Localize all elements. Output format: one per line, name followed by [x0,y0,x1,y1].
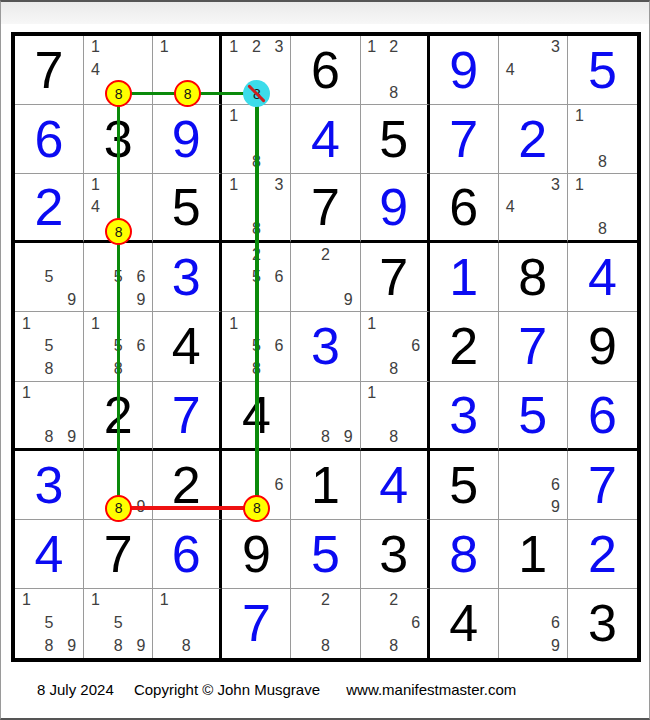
cell-r8c6[interactable]: 3 [361,520,430,589]
candidate-3: 3 [268,174,291,196]
footer: 8 July 2024 Copyright © John Musgrave ww… [37,681,516,698]
solved-digit: 2 [588,528,617,580]
cell-r2c1[interactable]: 6 [15,105,84,174]
candidate-1: 1 [222,36,245,59]
candidate-8: 8 [314,426,337,448]
given-digit: 8 [518,251,547,303]
candidate-9: 9 [337,289,360,312]
solved-digit: 2 [518,113,547,165]
solved-digit: 5 [518,389,547,441]
cell-r6c3[interactable]: 7 [153,382,222,451]
solved-digit: 2 [35,181,64,233]
candidate-9: 9 [544,635,567,658]
candidate-6: 6 [268,335,291,358]
cell-r1c8[interactable]: 34 [499,36,568,105]
candidate-8: 8 [245,150,268,173]
cell-r1c3[interactable]: 1 [153,36,222,105]
candidate-8: 8 [38,426,61,448]
cell-r5c7[interactable]: 2 [430,312,499,381]
cell-r8c7[interactable]: 8 [430,520,499,589]
candidate-1: 1 [222,105,245,128]
cell-r9c9[interactable]: 3 [568,589,637,658]
candidate-1: 1 [84,589,107,612]
candidate-4: 4 [499,196,522,218]
given-digit: 5 [449,459,478,511]
cell-r5c3[interactable]: 4 [153,312,222,381]
candidate-8: 8 [383,81,405,104]
candidate-5: 5 [38,335,61,358]
cell-r9c5[interactable]: 28 [291,589,360,658]
given-digit: 4 [242,389,271,441]
cell-r1c5[interactable]: 6 [291,36,360,105]
solved-digit: 6 [588,389,617,441]
cell-r6c6[interactable]: 18 [361,382,430,451]
cell-r4c8[interactable]: 8 [499,243,568,312]
candidate-8: 8 [175,635,197,658]
candidate-4: 4 [499,59,522,82]
cell-r7c4[interactable]: 6 [222,451,291,520]
candidate-1: 1 [222,174,245,196]
cell-r9c3[interactable]: 18 [153,589,222,658]
cell-r2c6[interactable]: 5 [361,105,430,174]
cell-r3c7[interactable]: 6 [430,174,499,243]
candidate-9: 9 [129,289,152,312]
candidate-9: 9 [60,289,83,312]
cell-r7c7[interactable]: 5 [430,451,499,520]
cell-r4c4[interactable]: 256 [222,243,291,312]
candidate-6: 6 [544,612,567,635]
solved-digit: 3 [35,459,64,511]
candidate-6: 6 [268,473,291,496]
given-digit: 7 [104,528,133,580]
candidate-9: 9 [544,496,567,519]
solved-digit: 7 [242,597,271,649]
candidate-8: 8 [107,358,130,381]
candidate-9: 9 [337,426,360,448]
candidate-1: 1 [153,36,175,59]
cell-r8c1[interactable]: 4 [15,520,84,589]
sudoku-board: 7141123612893456391845721821451387963418… [11,32,641,662]
cell-r4c6[interactable]: 7 [361,243,430,312]
footer-url: www.manifestmaster.com [346,681,516,698]
candidate-1: 1 [361,382,383,404]
given-digit: 6 [449,181,478,233]
cell-r8c9[interactable]: 2 [568,520,637,589]
cell-r4c7[interactable]: 1 [430,243,499,312]
candidate-1: 1 [15,312,38,335]
candidate-5: 5 [38,612,61,635]
candidate-1: 1 [15,382,38,404]
solved-digit: 9 [172,113,201,165]
cell-r4c1[interactable]: 59 [15,243,84,312]
given-digit: 5 [172,181,201,233]
cell-r6c7[interactable]: 3 [430,382,499,451]
solved-digit: 9 [449,44,478,96]
sudoku-board-wrap: 7141123612893456391845721821451387963418… [11,32,641,662]
solved-digit: 6 [172,528,201,580]
cell-r2c2[interactable]: 3 [84,105,153,174]
given-digit: 3 [379,528,408,580]
cell-r8c3[interactable]: 6 [153,520,222,589]
cell-r1c9[interactable]: 5 [568,36,637,105]
cell-r4c5[interactable]: 29 [291,243,360,312]
given-digit: 7 [311,181,340,233]
cell-r6c1[interactable]: 189 [15,382,84,451]
solved-digit: 1 [449,251,478,303]
cell-r3c2[interactable]: 14 [84,174,153,243]
candidate-2: 2 [383,589,405,612]
candidate-2: 2 [383,36,405,59]
candidate-8: 8 [38,635,61,658]
given-digit: 3 [588,597,617,649]
candidate-9: 9 [60,635,83,658]
cell-r6c5[interactable]: 89 [291,382,360,451]
solved-digit: 3 [172,251,201,303]
candidate-1: 1 [84,312,107,335]
cell-r3c1[interactable]: 2 [15,174,84,243]
candidate-5: 5 [107,612,130,635]
cell-r3c4[interactable]: 138 [222,174,291,243]
candidate-2: 2 [314,243,337,266]
candidate-1: 1 [361,312,383,335]
candidate-1: 1 [222,312,245,335]
cell-r8c5[interactable]: 5 [291,520,360,589]
cell-r7c3[interactable]: 2 [153,451,222,520]
cell-r1c6[interactable]: 128 [361,36,430,105]
solved-digit: 5 [311,528,340,580]
window-top-bar [1,2,649,24]
cell-r8c4[interactable]: 9 [222,520,291,589]
cell-r9c2[interactable]: 1589 [84,589,153,658]
cell-r3c8[interactable]: 34 [499,174,568,243]
solved-digit: 7 [449,113,478,165]
given-digit: 9 [588,320,617,372]
given-digit: 3 [104,113,133,165]
cell-r7c9[interactable]: 7 [568,451,637,520]
given-digit: 4 [449,597,478,649]
footer-date: 8 July 2024 [37,681,114,698]
solved-digit: 5 [588,44,617,96]
candidate-5: 5 [107,335,130,358]
cell-r2c4[interactable]: 18 [222,105,291,174]
candidate-3: 3 [544,174,567,196]
cell-r3c5[interactable]: 7 [291,174,360,243]
cell-r3c9[interactable]: 18 [568,174,637,243]
candidate-1: 1 [568,105,591,128]
candidate-8: 8 [245,218,268,240]
given-digit: 2 [449,320,478,372]
cell-r8c2[interactable]: 7 [84,520,153,589]
cell-r1c7[interactable]: 9 [430,36,499,105]
candidate-9: 9 [60,426,83,448]
candidate-5: 5 [38,266,61,289]
cell-r5c1[interactable]: 158 [15,312,84,381]
candidate-4: 4 [84,196,107,218]
cell-r9c6[interactable]: 268 [361,589,430,658]
cell-r9c1[interactable]: 1589 [15,589,84,658]
solved-digit: 9 [379,181,408,233]
candidate-2: 2 [245,36,268,59]
footer-copyright: Copyright © John Musgrave [134,681,320,698]
cell-r7c6[interactable]: 4 [361,451,430,520]
cell-r1c1[interactable]: 7 [15,36,84,105]
solved-digit: 3 [311,320,340,372]
candidate-5: 5 [245,266,268,289]
candidate-8: 8 [383,635,405,658]
cell-r9c7[interactable]: 4 [430,589,499,658]
solved-digit: 7 [588,459,617,511]
candidate-8: 8 [107,635,130,658]
candidate-1: 1 [568,174,591,196]
candidate-8: 8 [591,150,614,173]
cell-r6c2[interactable]: 2 [84,382,153,451]
solved-digit: 8 [449,528,478,580]
cell-r9c8[interactable]: 69 [499,589,568,658]
cell-r1c4[interactable]: 123 [222,36,291,105]
cell-r7c5[interactable]: 1 [291,451,360,520]
candidate-3: 3 [268,36,291,59]
given-digit: 4 [172,320,201,372]
solved-digit: 4 [379,459,408,511]
cell-r2c3[interactable]: 9 [153,105,222,174]
solved-digit: 6 [35,113,64,165]
candidate-1: 1 [153,589,175,612]
candidate-5: 5 [245,335,268,358]
candidate-2: 2 [314,589,337,612]
solved-digit: 4 [35,528,64,580]
candidate-4: 4 [84,59,107,82]
cell-r3c6[interactable]: 9 [361,174,430,243]
cell-r6c4[interactable]: 4 [222,382,291,451]
cell-r5c5[interactable]: 3 [291,312,360,381]
candidate-8: 8 [245,358,268,381]
cell-r3c3[interactable]: 5 [153,174,222,243]
candidate-2: 2 [245,243,268,266]
given-digit: 7 [35,44,64,96]
cell-r5c8[interactable]: 7 [499,312,568,381]
solved-digit: 7 [518,320,547,372]
candidate-1: 1 [361,36,383,59]
candidate-5: 5 [107,266,130,289]
candidate-8: 8 [591,218,614,240]
cell-r2c5[interactable]: 4 [291,105,360,174]
candidate-9: 9 [129,496,152,519]
cell-r8c8[interactable]: 1 [499,520,568,589]
cell-r5c6[interactable]: 168 [361,312,430,381]
given-digit: 1 [518,528,547,580]
cell-r2c9[interactable]: 18 [568,105,637,174]
given-digit: 6 [311,44,340,96]
cell-r4c2[interactable]: 569 [84,243,153,312]
solved-digit: 7 [172,389,201,441]
cell-r1c2[interactable]: 14 [84,36,153,105]
given-digit: 7 [379,251,408,303]
candidate-8: 8 [383,358,405,381]
candidate-6: 6 [129,266,152,289]
candidate-8: 8 [383,426,405,448]
candidate-3: 3 [544,36,567,59]
solved-digit: 4 [588,251,617,303]
solved-digit: 3 [449,389,478,441]
page: 7141123612893456391845721821451387963418… [0,0,650,720]
candidate-1: 1 [84,174,107,196]
cell-r7c8[interactable]: 69 [499,451,568,520]
candidate-6: 6 [268,266,291,289]
candidate-9: 9 [129,635,152,658]
candidate-6: 6 [129,335,152,358]
cell-r6c8[interactable]: 5 [499,382,568,451]
candidate-6: 6 [405,335,427,358]
candidate-6: 6 [405,612,427,635]
cell-r4c3[interactable]: 3 [153,243,222,312]
candidate-8: 8 [314,635,337,658]
cell-r2c8[interactable]: 2 [499,105,568,174]
cell-r5c2[interactable]: 1568 [84,312,153,381]
cell-r4c9[interactable]: 4 [568,243,637,312]
cell-r5c9[interactable]: 9 [568,312,637,381]
cell-r7c1[interactable]: 3 [15,451,84,520]
candidate-1: 1 [84,36,107,59]
cell-r6c9[interactable]: 6 [568,382,637,451]
cell-r2c7[interactable]: 7 [430,105,499,174]
given-digit: 9 [242,528,271,580]
cell-r5c4[interactable]: 1568 [222,312,291,381]
cell-r7c2[interactable]: 9 [84,451,153,520]
solved-digit: 4 [311,113,340,165]
cell-r9c4[interactable]: 7 [222,589,291,658]
given-digit: 2 [172,459,201,511]
candidate-1: 1 [15,589,38,612]
given-digit: 1 [311,459,340,511]
candidate-6: 6 [544,473,567,496]
candidate-8: 8 [38,358,61,381]
given-digit: 5 [379,113,408,165]
given-digit: 2 [104,389,133,441]
